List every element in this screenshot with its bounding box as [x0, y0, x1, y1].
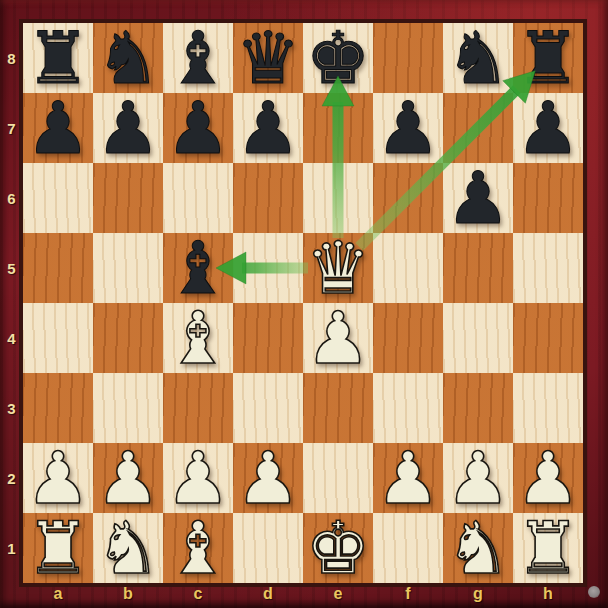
piece-black-pawn[interactable]: ♟ — [23, 93, 93, 163]
rank-label-3: 3 — [0, 373, 23, 443]
square-c5[interactable]: ♝ — [163, 233, 233, 303]
square-c8[interactable]: ♝ — [163, 23, 233, 93]
square-f7[interactable]: ♟ — [373, 93, 443, 163]
square-c3[interactable] — [163, 373, 233, 443]
square-a2[interactable]: ♟ — [23, 443, 93, 513]
square-f1[interactable] — [373, 513, 443, 583]
piece-black-knight[interactable]: ♞ — [93, 23, 163, 93]
piece-white-pawn[interactable]: ♟ — [23, 443, 93, 513]
square-b5[interactable] — [93, 233, 163, 303]
square-b4[interactable] — [93, 303, 163, 373]
piece-white-pawn[interactable]: ♟ — [373, 443, 443, 513]
piece-white-bishop[interactable]: ♝ — [163, 513, 233, 583]
square-a1[interactable]: ♜ — [23, 513, 93, 583]
piece-white-pawn[interactable]: ♟ — [233, 443, 303, 513]
rank-label-1: 1 — [0, 513, 23, 583]
square-d7[interactable]: ♟ — [233, 93, 303, 163]
square-e5[interactable]: ♛ — [303, 233, 373, 303]
square-d8[interactable]: ♛ — [233, 23, 303, 93]
piece-black-pawn[interactable]: ♟ — [443, 163, 513, 233]
square-f5[interactable] — [373, 233, 443, 303]
square-e2[interactable] — [303, 443, 373, 513]
square-f2[interactable]: ♟ — [373, 443, 443, 513]
square-h6[interactable] — [513, 163, 583, 233]
piece-black-knight[interactable]: ♞ — [443, 23, 513, 93]
piece-black-rook[interactable]: ♜ — [513, 23, 583, 93]
square-g6[interactable]: ♟ — [443, 163, 513, 233]
square-a8[interactable]: ♜ — [23, 23, 93, 93]
square-g4[interactable] — [443, 303, 513, 373]
piece-black-bishop[interactable]: ♝ — [163, 23, 233, 93]
square-a5[interactable] — [23, 233, 93, 303]
piece-black-pawn[interactable]: ♟ — [93, 93, 163, 163]
square-d4[interactable] — [233, 303, 303, 373]
square-g2[interactable]: ♟ — [443, 443, 513, 513]
piece-black-rook[interactable]: ♜ — [23, 23, 93, 93]
piece-black-queen[interactable]: ♛ — [233, 23, 303, 93]
chess-board: ♜♞♝♛♚♞♜♟♟♟♟♟♟♟♝♛♝♟♟♟♟♟♟♟♟♜♞♝♚♞♜ — [23, 23, 583, 583]
piece-white-rook[interactable]: ♜ — [23, 513, 93, 583]
piece-black-bishop[interactable]: ♝ — [163, 233, 233, 303]
square-a7[interactable]: ♟ — [23, 93, 93, 163]
square-h7[interactable]: ♟ — [513, 93, 583, 163]
square-a4[interactable] — [23, 303, 93, 373]
square-e3[interactable] — [303, 373, 373, 443]
square-g8[interactable]: ♞ — [443, 23, 513, 93]
square-h1[interactable]: ♜ — [513, 513, 583, 583]
square-h3[interactable] — [513, 373, 583, 443]
square-b7[interactable]: ♟ — [93, 93, 163, 163]
chess-board-frame: ♜♞♝♛♚♞♜♟♟♟♟♟♟♟♝♛♝♟♟♟♟♟♟♟♟♜♞♝♚♞♜ 87654321… — [0, 0, 608, 608]
file-label-f: f — [373, 583, 443, 608]
square-b2[interactable]: ♟ — [93, 443, 163, 513]
square-d5[interactable] — [233, 233, 303, 303]
square-c4[interactable]: ♝ — [163, 303, 233, 373]
square-d3[interactable] — [233, 373, 303, 443]
square-b1[interactable]: ♞ — [93, 513, 163, 583]
piece-black-pawn[interactable]: ♟ — [163, 93, 233, 163]
square-h5[interactable] — [513, 233, 583, 303]
square-a6[interactable] — [23, 163, 93, 233]
square-c2[interactable]: ♟ — [163, 443, 233, 513]
square-h4[interactable] — [513, 303, 583, 373]
rank-label-2: 2 — [0, 443, 23, 513]
square-e4[interactable]: ♟ — [303, 303, 373, 373]
square-c6[interactable] — [163, 163, 233, 233]
rank-label-7: 7 — [0, 93, 23, 163]
piece-white-knight[interactable]: ♞ — [93, 513, 163, 583]
piece-white-king[interactable]: ♚ — [303, 513, 373, 583]
square-g3[interactable] — [443, 373, 513, 443]
square-e8[interactable]: ♚ — [303, 23, 373, 93]
piece-white-bishop[interactable]: ♝ — [163, 303, 233, 373]
file-label-d: d — [233, 583, 303, 608]
piece-white-pawn[interactable]: ♟ — [443, 443, 513, 513]
piece-white-pawn[interactable]: ♟ — [93, 443, 163, 513]
square-c1[interactable]: ♝ — [163, 513, 233, 583]
square-f3[interactable] — [373, 373, 443, 443]
piece-white-pawn[interactable]: ♟ — [303, 303, 373, 373]
square-d2[interactable]: ♟ — [233, 443, 303, 513]
square-g7[interactable] — [443, 93, 513, 163]
square-h8[interactable]: ♜ — [513, 23, 583, 93]
corner-dot — [588, 586, 600, 598]
square-d6[interactable] — [233, 163, 303, 233]
square-e7[interactable] — [303, 93, 373, 163]
piece-black-pawn[interactable]: ♟ — [513, 93, 583, 163]
piece-black-king[interactable]: ♚ — [303, 23, 373, 93]
square-b3[interactable] — [93, 373, 163, 443]
piece-white-queen[interactable]: ♛ — [303, 233, 373, 303]
piece-white-rook[interactable]: ♜ — [513, 513, 583, 583]
piece-black-pawn[interactable]: ♟ — [373, 93, 443, 163]
rank-label-6: 6 — [0, 163, 23, 233]
square-e1[interactable]: ♚ — [303, 513, 373, 583]
rank-label-8: 8 — [0, 23, 23, 93]
square-c7[interactable]: ♟ — [163, 93, 233, 163]
piece-white-knight[interactable]: ♞ — [443, 513, 513, 583]
rank-label-4: 4 — [0, 303, 23, 373]
piece-white-pawn[interactable]: ♟ — [163, 443, 233, 513]
square-a3[interactable] — [23, 373, 93, 443]
piece-black-pawn[interactable]: ♟ — [233, 93, 303, 163]
piece-white-pawn[interactable]: ♟ — [513, 443, 583, 513]
square-b6[interactable] — [93, 163, 163, 233]
square-g5[interactable] — [443, 233, 513, 303]
square-f4[interactable] — [373, 303, 443, 373]
square-d1[interactable] — [233, 513, 303, 583]
square-f8[interactable] — [373, 23, 443, 93]
rank-label-5: 5 — [0, 233, 23, 303]
square-f6[interactable] — [373, 163, 443, 233]
square-h2[interactable]: ♟ — [513, 443, 583, 513]
square-g1[interactable]: ♞ — [443, 513, 513, 583]
square-e6[interactable] — [303, 163, 373, 233]
square-b8[interactable]: ♞ — [93, 23, 163, 93]
